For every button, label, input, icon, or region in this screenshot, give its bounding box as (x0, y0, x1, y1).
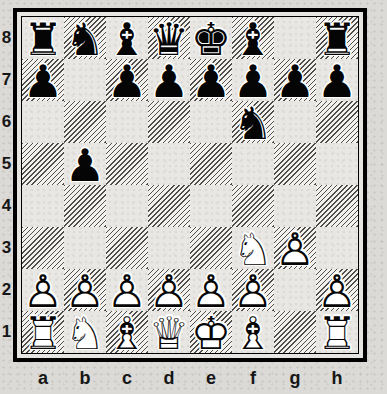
black-rook-piece: ♜ (316, 17, 358, 59)
white-piece-outline-glyph: ♖ (316, 312, 358, 354)
black-pawn-piece: ♟ (316, 59, 358, 101)
black-piece-glyph: ♚ (190, 18, 232, 60)
square-f8[interactable]: ♝ (232, 17, 274, 59)
white-piece-fill-glyph: ♛ (148, 312, 190, 354)
white-knight-piece: ♞♘ (232, 227, 274, 269)
white-pawn-piece: ♟♙ (232, 269, 274, 311)
square-h8[interactable]: ♜ (316, 17, 358, 59)
square-f3[interactable]: ♞♘ (232, 227, 274, 269)
white-piece-fill-glyph: ♝ (106, 312, 148, 354)
white-piece-fill-glyph: ♟ (64, 270, 106, 312)
black-piece-glyph: ♟ (148, 60, 190, 102)
square-d3[interactable] (148, 227, 190, 269)
black-queen-piece: ♛ (148, 17, 190, 59)
square-f5[interactable] (232, 143, 274, 185)
black-piece-glyph: ♟ (232, 60, 274, 102)
white-bishop-piece: ♝♗ (232, 311, 274, 353)
square-h1[interactable]: ♜♖ (316, 311, 358, 353)
square-a5[interactable] (22, 143, 64, 185)
square-a4[interactable] (22, 185, 64, 227)
square-c2[interactable]: ♟♙ (106, 269, 148, 311)
white-piece-fill-glyph: ♚ (190, 312, 232, 354)
black-piece-glyph: ♟ (22, 60, 64, 102)
square-a6[interactable] (22, 101, 64, 143)
square-g2[interactable] (274, 269, 316, 311)
white-piece-fill-glyph: ♟ (232, 270, 274, 312)
rank-label-2: 2 (0, 269, 13, 311)
file-label-g: g (274, 366, 316, 390)
white-piece-fill-glyph: ♞ (232, 228, 274, 270)
rank-label-3: 3 (0, 227, 13, 269)
black-piece-glyph: ♜ (22, 18, 64, 60)
white-pawn-piece: ♟♙ (316, 269, 358, 311)
white-piece-outline-glyph: ♔ (190, 312, 232, 354)
square-e3[interactable] (190, 227, 232, 269)
white-pawn-piece: ♟♙ (22, 269, 64, 311)
white-rook-piece: ♜♖ (316, 311, 358, 353)
square-e8[interactable]: ♚ (190, 17, 232, 59)
rank-labels: 87654321 (0, 17, 13, 353)
black-rook-piece: ♜ (22, 17, 64, 59)
square-g3[interactable]: ♟♙ (274, 227, 316, 269)
square-e7[interactable]: ♟ (190, 59, 232, 101)
white-piece-outline-glyph: ♙ (64, 270, 106, 312)
white-piece-fill-glyph: ♟ (190, 270, 232, 312)
rank-label-4: 4 (0, 185, 13, 227)
white-king-piece: ♚♔ (190, 311, 232, 353)
square-c8[interactable]: ♝ (106, 17, 148, 59)
square-f1[interactable]: ♝♗ (232, 311, 274, 353)
square-d6[interactable] (148, 101, 190, 143)
white-bishop-piece: ♝♗ (106, 311, 148, 353)
file-label-e: e (190, 366, 232, 390)
rank-label-6: 6 (0, 101, 13, 143)
black-pawn-piece: ♟ (64, 143, 106, 185)
square-d1[interactable]: ♛♕ (148, 311, 190, 353)
white-piece-outline-glyph: ♖ (22, 312, 64, 354)
square-b2[interactable]: ♟♙ (64, 269, 106, 311)
black-pawn-piece: ♟ (22, 59, 64, 101)
square-d5[interactable] (148, 143, 190, 185)
white-pawn-piece: ♟♙ (190, 269, 232, 311)
square-c4[interactable] (106, 185, 148, 227)
white-piece-outline-glyph: ♘ (64, 312, 106, 354)
black-pawn-piece: ♟ (274, 59, 316, 101)
white-piece-outline-glyph: ♙ (106, 270, 148, 312)
white-piece-fill-glyph: ♟ (316, 270, 358, 312)
white-piece-fill-glyph: ♞ (64, 312, 106, 354)
chess-diagram: 87654321 ♜♞♝♛♚♝♜♟♟♟♟♟♟♟♞♟♞♘♟♙♟♙♟♙♟♙♟♙♟♙♟… (0, 0, 387, 394)
white-piece-outline-glyph: ♕ (148, 312, 190, 354)
square-e1[interactable]: ♚♔ (190, 311, 232, 353)
black-piece-glyph: ♟ (64, 144, 106, 186)
white-piece-fill-glyph: ♜ (316, 312, 358, 354)
square-f7[interactable]: ♟ (232, 59, 274, 101)
square-e5[interactable] (190, 143, 232, 185)
square-h6[interactable] (316, 101, 358, 143)
square-a7[interactable]: ♟ (22, 59, 64, 101)
square-b6[interactable] (64, 101, 106, 143)
square-g6[interactable] (274, 101, 316, 143)
black-pawn-piece: ♟ (190, 59, 232, 101)
white-piece-fill-glyph: ♟ (106, 270, 148, 312)
square-e6[interactable] (190, 101, 232, 143)
rank-label-7: 7 (0, 59, 13, 101)
white-piece-outline-glyph: ♙ (232, 270, 274, 312)
square-c1[interactable]: ♝♗ (106, 311, 148, 353)
square-b8[interactable]: ♞ (64, 17, 106, 59)
black-pawn-piece: ♟ (232, 59, 274, 101)
board-inner: ♜♞♝♛♚♝♜♟♟♟♟♟♟♟♞♟♞♘♟♙♟♙♟♙♟♙♟♙♟♙♟♙♟♙♜♖♞♘♝♗… (21, 16, 359, 354)
board: ♜♞♝♛♚♝♜♟♟♟♟♟♟♟♞♟♞♘♟♙♟♙♟♙♟♙♟♙♟♙♟♙♟♙♜♖♞♘♝♗… (22, 17, 358, 353)
square-a3[interactable] (22, 227, 64, 269)
square-h5[interactable] (316, 143, 358, 185)
file-label-h: h (316, 366, 358, 390)
white-queen-piece: ♛♕ (148, 311, 190, 353)
white-knight-piece: ♞♘ (64, 311, 106, 353)
square-b3[interactable] (64, 227, 106, 269)
square-c6[interactable] (106, 101, 148, 143)
white-piece-outline-glyph: ♗ (106, 312, 148, 354)
white-piece-outline-glyph: ♗ (232, 312, 274, 354)
square-e4[interactable] (190, 185, 232, 227)
white-pawn-piece: ♟♙ (148, 269, 190, 311)
black-bishop-piece: ♝ (106, 17, 148, 59)
file-label-f: f (232, 366, 274, 390)
square-a1[interactable]: ♜♖ (22, 311, 64, 353)
black-piece-glyph: ♝ (232, 18, 274, 60)
white-piece-outline-glyph: ♘ (232, 228, 274, 270)
black-knight-piece: ♞ (232, 101, 274, 143)
square-d2[interactable]: ♟♙ (148, 269, 190, 311)
square-c7[interactable]: ♟ (106, 59, 148, 101)
square-d7[interactable]: ♟ (148, 59, 190, 101)
white-pawn-piece: ♟♙ (64, 269, 106, 311)
rank-label-8: 8 (0, 17, 13, 59)
square-b7[interactable] (64, 59, 106, 101)
black-king-piece: ♚ (190, 17, 232, 59)
square-f6[interactable]: ♞ (232, 101, 274, 143)
black-piece-glyph: ♜ (316, 18, 358, 60)
white-piece-fill-glyph: ♟ (22, 270, 64, 312)
square-c5[interactable] (106, 143, 148, 185)
square-b4[interactable] (64, 185, 106, 227)
square-h4[interactable] (316, 185, 358, 227)
board-frame: ♜♞♝♛♚♝♜♟♟♟♟♟♟♟♞♟♞♘♟♙♟♙♟♙♟♙♟♙♟♙♟♙♟♙♜♖♞♘♝♗… (13, 8, 367, 362)
square-c3[interactable] (106, 227, 148, 269)
black-piece-glyph: ♟ (106, 60, 148, 102)
white-piece-outline-glyph: ♙ (274, 228, 316, 270)
rank-label-1: 1 (0, 311, 13, 353)
square-g5[interactable] (274, 143, 316, 185)
white-piece-fill-glyph: ♟ (148, 270, 190, 312)
white-piece-outline-glyph: ♙ (22, 270, 64, 312)
white-piece-outline-glyph: ♙ (148, 270, 190, 312)
square-g4[interactable] (274, 185, 316, 227)
file-labels: abcdefgh (22, 366, 358, 390)
black-knight-piece: ♞ (64, 17, 106, 59)
square-g7[interactable]: ♟ (274, 59, 316, 101)
file-label-d: d (148, 366, 190, 390)
file-label-c: c (106, 366, 148, 390)
square-a8[interactable]: ♜ (22, 17, 64, 59)
square-h3[interactable] (316, 227, 358, 269)
square-g8[interactable] (274, 17, 316, 59)
black-piece-glyph: ♛ (148, 18, 190, 60)
white-piece-fill-glyph: ♝ (232, 312, 274, 354)
black-piece-glyph: ♞ (64, 18, 106, 60)
square-h2[interactable]: ♟♙ (316, 269, 358, 311)
white-piece-outline-glyph: ♙ (190, 270, 232, 312)
square-g1[interactable] (274, 311, 316, 353)
black-piece-glyph: ♞ (232, 102, 274, 144)
white-pawn-piece: ♟♙ (106, 269, 148, 311)
black-piece-glyph: ♟ (274, 60, 316, 102)
file-label-a: a (22, 366, 64, 390)
square-h7[interactable]: ♟ (316, 59, 358, 101)
square-f4[interactable] (232, 185, 274, 227)
square-b1[interactable]: ♞♘ (64, 311, 106, 353)
square-e2[interactable]: ♟♙ (190, 269, 232, 311)
white-piece-outline-glyph: ♙ (316, 270, 358, 312)
file-label-b: b (64, 366, 106, 390)
black-pawn-piece: ♟ (106, 59, 148, 101)
black-pawn-piece: ♟ (148, 59, 190, 101)
square-f2[interactable]: ♟♙ (232, 269, 274, 311)
white-rook-piece: ♜♖ (22, 311, 64, 353)
square-d8[interactable]: ♛ (148, 17, 190, 59)
white-piece-fill-glyph: ♟ (274, 228, 316, 270)
white-pawn-piece: ♟♙ (274, 227, 316, 269)
rank-label-5: 5 (0, 143, 13, 185)
square-b5[interactable]: ♟ (64, 143, 106, 185)
square-a2[interactable]: ♟♙ (22, 269, 64, 311)
white-piece-fill-glyph: ♜ (22, 312, 64, 354)
black-bishop-piece: ♝ (232, 17, 274, 59)
square-d4[interactable] (148, 185, 190, 227)
black-piece-glyph: ♟ (316, 60, 358, 102)
black-piece-glyph: ♟ (190, 60, 232, 102)
black-piece-glyph: ♝ (106, 18, 148, 60)
